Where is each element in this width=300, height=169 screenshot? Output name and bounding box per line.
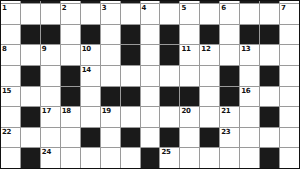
top-edge-sliver: [21, 1, 40, 3]
crossword-cell[interactable]: 7: [280, 4, 299, 24]
crossword-cell[interactable]: [260, 4, 279, 24]
crossword-cell[interactable]: [260, 45, 279, 65]
crossword-cell[interactable]: [260, 128, 279, 148]
black-cell: [101, 87, 120, 107]
crossword-cell[interactable]: 21: [220, 107, 239, 127]
crossword-cell[interactable]: [280, 45, 299, 65]
crossword-cell[interactable]: 16: [240, 87, 259, 107]
crossword-cell[interactable]: 22: [1, 128, 20, 148]
black-cell: [61, 66, 80, 86]
black-cell: [260, 107, 279, 127]
crossword-cell[interactable]: 3: [101, 4, 120, 24]
crossword-cell[interactable]: [220, 148, 239, 168]
clue-number: 21: [221, 107, 230, 115]
crossword-cell[interactable]: [101, 148, 120, 168]
clue-number: 22: [2, 128, 11, 136]
black-cell: [220, 66, 239, 86]
crossword-cell[interactable]: [280, 107, 299, 127]
crossword-cell[interactable]: 5: [180, 4, 199, 24]
crossword-cell[interactable]: [240, 4, 259, 24]
crossword-cell[interactable]: [121, 66, 140, 86]
crossword-cell[interactable]: [280, 128, 299, 148]
clue-number: 12: [201, 45, 210, 53]
crossword-cell[interactable]: [121, 107, 140, 127]
crossword-cell[interactable]: [200, 4, 219, 24]
black-cell: [200, 128, 219, 148]
black-cell: [21, 66, 40, 86]
black-cell: [260, 66, 279, 86]
black-cell: [121, 25, 140, 45]
crossword-cell[interactable]: 2: [61, 4, 80, 24]
top-edge-sliver: [1, 1, 20, 3]
clue-number: 7: [281, 4, 286, 12]
crossword-cell[interactable]: [240, 148, 259, 168]
black-cell: [61, 87, 80, 107]
crossword-cell[interactable]: [41, 128, 60, 148]
top-edge-sliver: [41, 1, 60, 3]
top-edge-sliver: [200, 1, 219, 3]
crossword-cell[interactable]: [41, 66, 60, 86]
top-edge-sliver: [240, 1, 259, 3]
clue-number: 11: [181, 45, 190, 53]
crossword-cell[interactable]: 18: [61, 107, 80, 127]
crossword-cell[interactable]: [280, 148, 299, 168]
crossword-cell[interactable]: [141, 25, 160, 45]
crossword-cell[interactable]: [21, 87, 40, 107]
clue-number: 10: [82, 45, 91, 53]
crossword-cell[interactable]: 4: [141, 4, 160, 24]
black-cell: [21, 25, 40, 45]
crossword-cell[interactable]: [1, 148, 20, 168]
clue-number: 13: [241, 45, 250, 53]
crossword-cell[interactable]: [141, 87, 160, 107]
top-edge-sliver: [220, 1, 239, 3]
crossword-cell[interactable]: [61, 25, 80, 45]
crossword-cell[interactable]: [141, 107, 160, 127]
top-edge-sliver: [141, 1, 160, 3]
black-cell: [260, 25, 279, 45]
crossword-cell[interactable]: [200, 87, 219, 107]
crossword-cell[interactable]: [1, 66, 20, 86]
black-cell: [121, 128, 140, 148]
crossword-cell[interactable]: 10: [81, 45, 100, 65]
crossword-cell[interactable]: 15: [1, 87, 20, 107]
top-edge-sliver: [121, 1, 140, 3]
black-cell: [180, 87, 199, 107]
crossword-cell[interactable]: [200, 107, 219, 127]
crossword-cell[interactable]: 25: [160, 148, 179, 168]
clue-number: 8: [2, 45, 7, 53]
crossword-cell[interactable]: [220, 25, 239, 45]
crossword-cell[interactable]: [121, 148, 140, 168]
crossword-cell[interactable]: [240, 128, 259, 148]
crossword-cell[interactable]: [141, 45, 160, 65]
crossword-cell[interactable]: [21, 128, 40, 148]
clue-number: 20: [181, 107, 190, 115]
top-edge-sliver: [280, 1, 299, 3]
crossword-cell[interactable]: 17: [41, 107, 60, 127]
black-cell: [220, 87, 239, 107]
crossword-cell[interactable]: [1, 25, 20, 45]
crossword-cell[interactable]: [81, 148, 100, 168]
crossword-cell[interactable]: [121, 4, 140, 24]
crossword-cell[interactable]: [101, 45, 120, 65]
top-edge-sliver: [180, 1, 199, 3]
clue-number: 2: [62, 4, 67, 12]
crossword-cell[interactable]: [200, 66, 219, 86]
crossword-cell[interactable]: 14: [81, 66, 100, 86]
black-cell: [81, 128, 100, 148]
crossword-cell[interactable]: [160, 107, 179, 127]
clue-number: 18: [62, 107, 71, 115]
crossword-cell[interactable]: [1, 107, 20, 127]
crossword-cell[interactable]: [41, 87, 60, 107]
crossword-cell[interactable]: 19: [101, 107, 120, 127]
clue-number: 23: [221, 128, 230, 136]
black-cell: [41, 25, 60, 45]
crossword-grid: 1234567891011121314151617181920212223242…: [1, 1, 299, 168]
crossword-cell[interactable]: [280, 66, 299, 86]
black-cell: [200, 25, 219, 45]
top-edge-sliver: [101, 1, 120, 3]
black-cell: [81, 25, 100, 45]
clue-number: 6: [221, 4, 226, 12]
crossword-cell[interactable]: [160, 4, 179, 24]
clue-number: 1: [2, 4, 7, 12]
clue-number: 15: [2, 87, 11, 95]
crossword-cell[interactable]: [81, 87, 100, 107]
black-cell: [160, 45, 179, 65]
crossword-cell[interactable]: [101, 66, 120, 86]
crossword-cell[interactable]: 1: [1, 4, 20, 24]
crossword-cell[interactable]: [160, 66, 179, 86]
crossword-cell[interactable]: 11: [180, 45, 199, 65]
crossword-cell[interactable]: [260, 87, 279, 107]
crossword-cell[interactable]: [240, 107, 259, 127]
crossword-cell[interactable]: [180, 66, 199, 86]
black-cell: [141, 148, 160, 168]
black-cell: [121, 87, 140, 107]
crossword-cell[interactable]: 8: [1, 45, 20, 65]
black-cell: [21, 148, 40, 168]
black-cell: [160, 87, 179, 107]
clue-number: 19: [102, 107, 111, 115]
crossword-cell[interactable]: [280, 87, 299, 107]
crossword-cell[interactable]: 24: [41, 148, 60, 168]
black-cell: [21, 107, 40, 127]
black-cell: [160, 128, 179, 148]
top-edge-sliver: [81, 1, 100, 3]
black-cell: [160, 25, 179, 45]
crossword-cell[interactable]: [101, 25, 120, 45]
crossword-cell[interactable]: 20: [180, 107, 199, 127]
crossword-cell[interactable]: [81, 4, 100, 24]
clue-number: 24: [42, 148, 51, 156]
crossword-board: 1234567891011121314151617181920212223242…: [0, 0, 300, 169]
crossword-cell[interactable]: [61, 45, 80, 65]
clue-number: 25: [161, 148, 170, 156]
crossword-cell[interactable]: 12: [200, 45, 219, 65]
top-edge-sliver: [61, 1, 80, 3]
crossword-cell[interactable]: 13: [240, 45, 259, 65]
clue-number: 5: [181, 4, 186, 12]
crossword-cell[interactable]: [280, 25, 299, 45]
black-cell: [240, 25, 259, 45]
crossword-cell[interactable]: [61, 148, 80, 168]
black-cell: [121, 45, 140, 65]
top-edge-sliver: [160, 1, 179, 3]
crossword-cell[interactable]: [141, 66, 160, 86]
crossword-cell[interactable]: [240, 66, 259, 86]
crossword-cell[interactable]: [101, 128, 120, 148]
crossword-cell[interactable]: [220, 45, 239, 65]
crossword-cell[interactable]: [61, 128, 80, 148]
crossword-cell[interactable]: [180, 25, 199, 45]
crossword-cell[interactable]: 23: [220, 128, 239, 148]
crossword-cell[interactable]: [41, 4, 60, 24]
crossword-cell[interactable]: [21, 45, 40, 65]
crossword-cell[interactable]: [200, 148, 219, 168]
clue-number: 4: [142, 4, 147, 12]
black-cell: [260, 148, 279, 168]
crossword-cell[interactable]: [180, 128, 199, 148]
crossword-cell[interactable]: [21, 4, 40, 24]
crossword-cell[interactable]: 6: [220, 4, 239, 24]
top-edge-sliver: [260, 1, 279, 3]
clue-number: 3: [102, 4, 107, 12]
crossword-cell[interactable]: 9: [41, 45, 60, 65]
clue-number: 16: [241, 87, 250, 95]
clue-number: 14: [82, 66, 91, 74]
crossword-cell[interactable]: [141, 128, 160, 148]
crossword-cell[interactable]: [81, 107, 100, 127]
crossword-cell[interactable]: [180, 148, 199, 168]
clue-number: 17: [42, 107, 51, 115]
clue-number: 9: [42, 45, 47, 53]
